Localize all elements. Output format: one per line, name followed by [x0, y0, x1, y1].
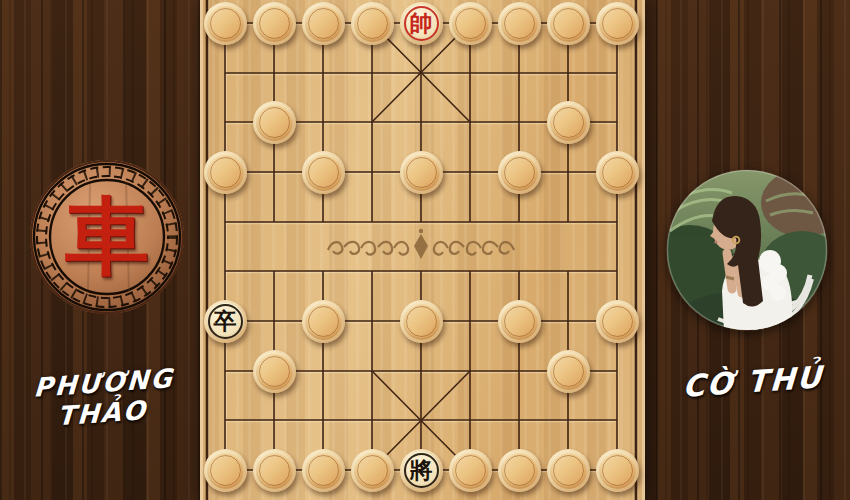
covered-piece[interactable] [204, 151, 247, 194]
pieces-layer: 帥卒將 [200, 0, 645, 500]
covered-piece[interactable] [547, 350, 590, 393]
covered-piece[interactable] [596, 449, 639, 492]
covered-piece[interactable] [498, 151, 541, 194]
piece-character: 帥 [400, 2, 443, 45]
covered-piece[interactable] [547, 2, 590, 45]
piece-character: 卒 [204, 300, 247, 343]
player-name-right: CỜ THỦ [647, 357, 850, 407]
covered-piece[interactable] [253, 101, 296, 144]
covered-piece[interactable] [351, 2, 394, 45]
covered-piece[interactable] [400, 151, 443, 194]
covered-piece[interactable] [302, 151, 345, 194]
red-chariot-emblem: 車 [30, 160, 184, 314]
covered-piece[interactable] [351, 449, 394, 492]
covered-piece[interactable] [596, 151, 639, 194]
covered-piece[interactable] [547, 449, 590, 492]
covered-piece[interactable] [302, 300, 345, 343]
covered-piece[interactable] [400, 300, 443, 343]
player-avatar-photo [666, 169, 828, 331]
covered-piece[interactable] [253, 449, 296, 492]
piece-black-soldier[interactable]: 卒 [204, 300, 247, 343]
covered-piece[interactable] [498, 300, 541, 343]
app-background: 帥卒將 車 [0, 0, 850, 500]
covered-piece[interactable] [596, 2, 639, 45]
emblem-character: 車 [30, 160, 184, 314]
covered-piece[interactable] [547, 101, 590, 144]
piece-black-general[interactable]: 將 [400, 449, 443, 492]
covered-piece[interactable] [302, 2, 345, 45]
covered-piece[interactable] [204, 2, 247, 45]
covered-piece[interactable] [498, 2, 541, 45]
covered-piece[interactable] [596, 300, 639, 343]
covered-piece[interactable] [449, 2, 492, 45]
piece-character: 將 [400, 449, 443, 492]
xiangqi-board: 帥卒將 [200, 0, 645, 500]
covered-piece[interactable] [302, 449, 345, 492]
player-name-left: PHƯƠNG THẢO [0, 360, 209, 435]
covered-piece[interactable] [449, 449, 492, 492]
covered-piece[interactable] [498, 449, 541, 492]
covered-piece[interactable] [204, 449, 247, 492]
covered-piece[interactable] [253, 350, 296, 393]
covered-piece[interactable] [253, 2, 296, 45]
piece-red-general[interactable]: 帥 [400, 2, 443, 45]
